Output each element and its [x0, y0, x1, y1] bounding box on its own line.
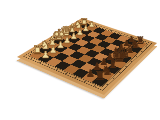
piece-dark-rook[interactable]: ♜	[94, 70, 106, 83]
border-mark	[84, 81, 86, 82]
border-mark	[110, 30, 112, 31]
border-mark	[146, 46, 148, 47]
border-mark	[56, 69, 58, 70]
border-mark	[47, 65, 49, 66]
border-mark	[102, 27, 104, 28]
border-mark	[119, 71, 121, 72]
border-mark	[94, 85, 96, 86]
border-mark	[106, 83, 108, 85]
border-mark	[141, 51, 143, 52]
border-mark	[74, 77, 76, 78]
piece-white-pawn[interactable]: ♟	[49, 45, 57, 54]
chess-set-photo: ♜♟♞♟♝♟♛♟♚♟♟♜♝♟♟♞♞♟♟♝♜♟♟♛♟♚♟♝♟♞♟♜	[0, 0, 160, 120]
border-mark	[65, 73, 67, 74]
border-mark	[39, 62, 41, 63]
border-mark	[113, 77, 115, 78]
piece-white-pawn[interactable]: ♟	[41, 50, 50, 60]
piece-white-pawn[interactable]: ♟	[63, 36, 71, 45]
border-mark	[30, 58, 32, 59]
border-mark	[118, 33, 120, 34]
piece-white-pawn[interactable]: ♟	[56, 41, 64, 50]
border-mark	[136, 56, 138, 57]
